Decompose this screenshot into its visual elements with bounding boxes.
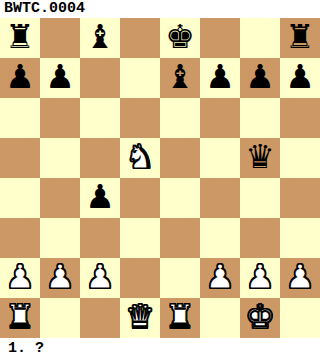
piece-black-king[interactable]: ♚	[165, 18, 195, 57]
square-b8[interactable]	[40, 18, 80, 58]
square-d1[interactable]: ♛	[120, 298, 160, 338]
square-c2[interactable]: ♟	[80, 258, 120, 298]
window-title: BWTC.0004	[0, 0, 320, 18]
square-c1[interactable]	[80, 298, 120, 338]
square-d3[interactable]	[120, 218, 160, 258]
square-d7[interactable]	[120, 58, 160, 98]
square-a5[interactable]	[0, 138, 40, 178]
square-a8[interactable]: ♜	[0, 18, 40, 58]
piece-black-pawn[interactable]: ♟	[285, 58, 315, 97]
piece-black-rook[interactable]: ♜	[5, 18, 35, 57]
piece-black-pawn[interactable]: ♟	[45, 58, 75, 97]
square-a3[interactable]	[0, 218, 40, 258]
square-d4[interactable]	[120, 178, 160, 218]
square-h8[interactable]: ♜	[280, 18, 320, 58]
piece-white-pawn[interactable]: ♟	[285, 258, 315, 297]
piece-white-pawn[interactable]: ♟	[45, 258, 75, 297]
piece-white-pawn[interactable]: ♟	[85, 258, 115, 297]
piece-white-pawn[interactable]: ♟	[5, 258, 35, 297]
square-h1[interactable]	[280, 298, 320, 338]
piece-white-king[interactable]: ♚	[245, 298, 275, 337]
square-f8[interactable]	[200, 18, 240, 58]
square-d5[interactable]: ♞	[120, 138, 160, 178]
square-h5[interactable]	[280, 138, 320, 178]
piece-black-pawn[interactable]: ♟	[85, 178, 115, 217]
square-g5[interactable]: ♛	[240, 138, 280, 178]
square-c5[interactable]	[80, 138, 120, 178]
square-h4[interactable]	[280, 178, 320, 218]
square-c7[interactable]	[80, 58, 120, 98]
piece-white-rook[interactable]: ♜	[5, 298, 35, 337]
square-f2[interactable]: ♟	[200, 258, 240, 298]
square-c6[interactable]	[80, 98, 120, 138]
square-g4[interactable]	[240, 178, 280, 218]
piece-black-pawn[interactable]: ♟	[205, 58, 235, 97]
square-f5[interactable]	[200, 138, 240, 178]
square-f6[interactable]	[200, 98, 240, 138]
square-a4[interactable]	[0, 178, 40, 218]
square-f3[interactable]	[200, 218, 240, 258]
piece-black-bishop[interactable]: ♝	[85, 18, 115, 57]
square-g6[interactable]	[240, 98, 280, 138]
square-e6[interactable]	[160, 98, 200, 138]
square-d6[interactable]	[120, 98, 160, 138]
piece-black-bishop[interactable]: ♝	[165, 58, 195, 97]
square-a7[interactable]: ♟	[0, 58, 40, 98]
piece-black-queen[interactable]: ♛	[245, 138, 275, 177]
square-g2[interactable]: ♟	[240, 258, 280, 298]
square-f4[interactable]	[200, 178, 240, 218]
square-c4[interactable]: ♟	[80, 178, 120, 218]
square-e8[interactable]: ♚	[160, 18, 200, 58]
square-e4[interactable]	[160, 178, 200, 218]
piece-black-rook[interactable]: ♜	[285, 18, 315, 57]
chess-app-window: BWTC.0004 ♜♝♚♜♟♟♝♟♟♟♞♛♟♟♟♟♟♟♟♜♛♜♚ 1. ?	[0, 0, 320, 360]
piece-white-pawn[interactable]: ♟	[205, 258, 235, 297]
piece-white-queen[interactable]: ♛	[125, 298, 155, 337]
square-d2[interactable]	[120, 258, 160, 298]
square-f7[interactable]: ♟	[200, 58, 240, 98]
square-e5[interactable]	[160, 138, 200, 178]
square-b7[interactable]: ♟	[40, 58, 80, 98]
square-d8[interactable]	[120, 18, 160, 58]
square-e2[interactable]	[160, 258, 200, 298]
square-g8[interactable]	[240, 18, 280, 58]
square-e1[interactable]: ♜	[160, 298, 200, 338]
square-a2[interactable]: ♟	[0, 258, 40, 298]
square-b3[interactable]	[40, 218, 80, 258]
piece-white-knight[interactable]: ♞	[125, 138, 155, 177]
square-h6[interactable]	[280, 98, 320, 138]
square-h7[interactable]: ♟	[280, 58, 320, 98]
piece-black-pawn[interactable]: ♟	[5, 58, 35, 97]
square-e3[interactable]	[160, 218, 200, 258]
piece-white-rook[interactable]: ♜	[165, 298, 195, 337]
square-a1[interactable]: ♜	[0, 298, 40, 338]
square-c3[interactable]	[80, 218, 120, 258]
square-b2[interactable]: ♟	[40, 258, 80, 298]
square-b1[interactable]	[40, 298, 80, 338]
square-g7[interactable]: ♟	[240, 58, 280, 98]
square-f1[interactable]	[200, 298, 240, 338]
move-prompt: 1. ?	[0, 338, 320, 360]
piece-black-pawn[interactable]: ♟	[245, 58, 275, 97]
square-a6[interactable]	[0, 98, 40, 138]
square-c8[interactable]: ♝	[80, 18, 120, 58]
square-b4[interactable]	[40, 178, 80, 218]
square-g1[interactable]: ♚	[240, 298, 280, 338]
square-b6[interactable]	[40, 98, 80, 138]
square-h2[interactable]: ♟	[280, 258, 320, 298]
square-b5[interactable]	[40, 138, 80, 178]
chess-board: ♜♝♚♜♟♟♝♟♟♟♞♛♟♟♟♟♟♟♟♜♛♜♚	[0, 18, 320, 338]
square-e7[interactable]: ♝	[160, 58, 200, 98]
square-h3[interactable]	[280, 218, 320, 258]
piece-white-pawn[interactable]: ♟	[245, 258, 275, 297]
square-g3[interactable]	[240, 218, 280, 258]
